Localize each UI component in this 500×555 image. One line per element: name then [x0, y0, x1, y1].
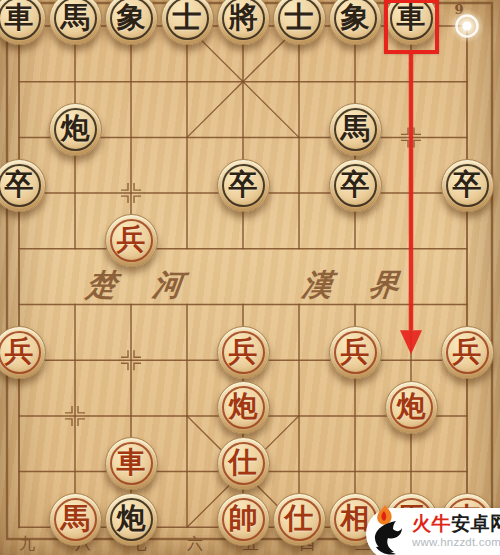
piece-red-soldier[interactable]: 兵: [441, 326, 494, 379]
piece-black-soldier[interactable]: 卒: [441, 159, 494, 212]
piece-red-advisor[interactable]: 仕: [273, 493, 326, 546]
piece-black-soldier[interactable]: 卒: [329, 159, 382, 212]
piece-glyph: 車: [397, 3, 426, 34]
piece-black-cannon[interactable]: 炮: [105, 493, 158, 546]
piece-red-chariot[interactable]: 車: [105, 437, 158, 490]
fire-bull-logo-icon: [360, 503, 412, 555]
piece-glyph: 炮: [229, 392, 258, 423]
piece-red-cannon[interactable]: 炮: [385, 381, 438, 434]
piece-black-advisor[interactable]: 士: [161, 0, 214, 45]
watermark-text: 火牛安卓网 www.hnzzdt.com: [412, 514, 500, 548]
piece-glyph: 炮: [397, 392, 426, 423]
piece-glyph: 炮: [61, 114, 90, 145]
piece-glyph: 卒: [341, 170, 370, 201]
piece-glyph: 馬: [341, 114, 370, 145]
xiangqi-board: 楚 河漢 界123456789九八七六五四三二一 車馬象士將士象車炮馬卒卒卒卒兵…: [0, 0, 500, 555]
piece-glyph: 卒: [5, 170, 34, 201]
piece-glyph: 車: [117, 448, 146, 479]
pieces-layer: 車馬象士將士象車炮馬卒卒卒卒兵兵兵兵兵炮炮車仕馬炮帥仕相馬車: [0, 0, 495, 555]
piece-glyph: 車: [5, 3, 34, 34]
piece-black-chariot[interactable]: 車: [0, 0, 46, 45]
piece-black-horse[interactable]: 馬: [49, 0, 102, 45]
piece-glyph: 炮: [117, 504, 146, 535]
piece-black-soldier[interactable]: 卒: [0, 159, 46, 212]
piece-red-soldier[interactable]: 兵: [329, 326, 382, 379]
piece-red-general[interactable]: 帥: [217, 493, 270, 546]
piece-red-advisor[interactable]: 仕: [217, 437, 270, 490]
piece-glyph: 將: [229, 3, 258, 34]
piece-glyph: 兵: [341, 337, 370, 368]
piece-glyph: 兵: [5, 337, 34, 368]
watermark-url: www.hnzzdt.com: [412, 536, 500, 548]
watermark-brand: 火牛安卓网: [412, 514, 500, 534]
piece-glyph: 象: [117, 3, 146, 34]
piece-glyph: 馬: [61, 504, 90, 535]
piece-glyph: 帥: [229, 504, 258, 535]
piece-black-general[interactable]: 將: [217, 0, 270, 45]
piece-red-cannon[interactable]: 炮: [217, 381, 270, 434]
piece-black-advisor[interactable]: 士: [273, 0, 326, 45]
watermark-brand-red: 火牛: [412, 512, 451, 534]
piece-black-cannon[interactable]: 炮: [49, 103, 102, 156]
piece-red-soldier[interactable]: 兵: [105, 214, 158, 267]
piece-red-horse[interactable]: 馬: [49, 493, 102, 546]
piece-black-soldier[interactable]: 卒: [217, 159, 270, 212]
watermark-brand-dark: 安卓网: [451, 512, 500, 534]
piece-glyph: 兵: [453, 337, 482, 368]
piece-glyph: 仕: [285, 504, 314, 535]
piece-glyph: 卒: [453, 170, 482, 201]
watermark: 火牛安卓网 www.hnzzdt.com: [335, 495, 500, 555]
piece-glyph: 馬: [61, 3, 90, 34]
piece-black-chariot[interactable]: 車: [385, 0, 438, 45]
piece-black-elephant[interactable]: 象: [329, 0, 382, 45]
piece-glyph: 象: [341, 3, 370, 34]
piece-glyph: 士: [285, 3, 314, 34]
piece-glyph: 兵: [117, 225, 146, 256]
piece-red-soldier[interactable]: 兵: [0, 326, 46, 379]
piece-glyph: 兵: [229, 337, 258, 368]
piece-glyph: 仕: [229, 448, 258, 479]
piece-red-soldier[interactable]: 兵: [217, 326, 270, 379]
piece-black-horse[interactable]: 馬: [329, 103, 382, 156]
piece-black-elephant[interactable]: 象: [105, 0, 158, 45]
piece-glyph: 士: [173, 3, 202, 34]
piece-glyph: 卒: [229, 170, 258, 201]
